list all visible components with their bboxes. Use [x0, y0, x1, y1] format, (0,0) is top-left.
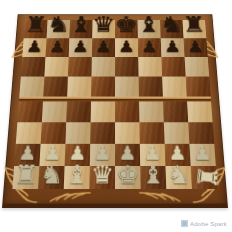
white-knight[interactable]: ♞ — [39, 162, 64, 187]
square-a6[interactable] — [21, 57, 46, 76]
white-pawn[interactable]: ♟ — [193, 144, 212, 163]
square-b5[interactable] — [43, 77, 68, 97]
square-c5[interactable] — [67, 77, 91, 97]
white-rook[interactable]: ♜ — [13, 162, 38, 187]
black-pawn[interactable]: ♟ — [164, 39, 181, 55]
square-h6[interactable] — [185, 57, 210, 76]
square-d8[interactable]: ♛ — [92, 20, 115, 38]
square-a7[interactable]: ♟ — [22, 38, 46, 57]
square-e8[interactable]: ♚ — [115, 20, 138, 38]
square-a3[interactable] — [16, 122, 42, 144]
black-knight[interactable]: ♞ — [159, 13, 183, 35]
square-e7[interactable]: ♟ — [115, 38, 138, 57]
square-h4[interactable] — [187, 101, 213, 122]
white-bishop[interactable]: ♝ — [65, 162, 89, 187]
square-d7[interactable]: ♟ — [92, 38, 115, 57]
square-f4[interactable] — [139, 101, 164, 122]
square-e6[interactable] — [115, 57, 139, 76]
square-a1[interactable]: ♜ — [12, 166, 39, 189]
black-pawn[interactable]: ♟ — [26, 39, 44, 55]
adobe-logo-icon — [181, 220, 188, 227]
square-g5[interactable] — [162, 77, 187, 97]
square-b8[interactable]: ♞ — [46, 20, 70, 38]
black-queen[interactable]: ♛ — [92, 13, 116, 35]
square-g3[interactable] — [164, 122, 190, 144]
square-b3[interactable] — [41, 122, 67, 144]
carving-leaf-bottom-border-left-icon — [48, 190, 92, 203]
black-pawn[interactable]: ♟ — [72, 39, 89, 55]
square-c4[interactable] — [66, 101, 91, 122]
white-bishop[interactable]: ♝ — [141, 162, 165, 187]
black-rook[interactable]: ♜ — [24, 13, 49, 35]
square-d4[interactable] — [91, 101, 115, 122]
square-b7[interactable]: ♟ — [45, 38, 69, 57]
black-knight[interactable]: ♞ — [46, 13, 70, 35]
black-rook[interactable]: ♜ — [182, 13, 207, 35]
square-b4[interactable] — [42, 101, 67, 122]
square-c7[interactable]: ♟ — [69, 38, 93, 57]
square-d1[interactable]: ♛ — [89, 166, 115, 189]
square-e5[interactable] — [115, 77, 139, 97]
white-knight[interactable]: ♞ — [166, 162, 191, 187]
square-e3[interactable] — [115, 122, 140, 144]
white-queen[interactable]: ♛ — [90, 162, 114, 187]
square-h7[interactable]: ♟ — [184, 38, 208, 57]
white-king[interactable]: ♚ — [116, 162, 140, 187]
square-f8[interactable]: ♝ — [137, 20, 160, 38]
square-h8[interactable]: ♜ — [182, 20, 206, 38]
square-c6[interactable] — [68, 57, 92, 76]
square-b1[interactable]: ♞ — [38, 166, 65, 189]
square-b6[interactable] — [44, 57, 68, 76]
square-g6[interactable] — [161, 57, 185, 76]
white-rook[interactable]: ♜ — [193, 164, 221, 189]
square-d5[interactable] — [91, 77, 115, 97]
square-f6[interactable] — [138, 57, 162, 76]
square-d3[interactable] — [90, 122, 115, 144]
photo-stage: ♜♞♝♛♚♝♞♜♟♟♟♟♟♟♟♟♟♟♟♟♟♟♟♟♜♞♝♛♚♝♞♜ Adobe S… — [0, 0, 232, 232]
square-g7[interactable]: ♟ — [161, 38, 185, 57]
square-d6[interactable] — [91, 57, 115, 76]
square-c8[interactable]: ♝ — [69, 20, 92, 38]
watermark: Adobe Spark — [181, 220, 227, 227]
black-pawn[interactable]: ♟ — [141, 39, 158, 55]
square-h5[interactable] — [186, 77, 211, 97]
square-f3[interactable] — [139, 122, 164, 144]
carving-leaf-bottom-border-right-icon — [138, 190, 182, 203]
square-e1[interactable]: ♚ — [115, 166, 141, 189]
square-f7[interactable]: ♟ — [138, 38, 162, 57]
square-f5[interactable] — [139, 77, 163, 97]
black-bishop[interactable]: ♝ — [69, 13, 93, 35]
board-grid: ♜♞♝♛♚♝♞♜♟♟♟♟♟♟♟♟♟♟♟♟♟♟♟♟♜♞♝♛♚♝♞♜ — [12, 20, 217, 189]
square-h2[interactable]: ♟ — [189, 144, 215, 166]
square-g4[interactable] — [163, 101, 188, 122]
square-h3[interactable] — [188, 122, 214, 144]
black-bishop[interactable]: ♝ — [137, 13, 161, 35]
square-c3[interactable] — [65, 122, 90, 144]
square-g1[interactable]: ♞ — [165, 166, 192, 189]
black-pawn[interactable]: ♟ — [187, 39, 205, 55]
chess-board: ♜♞♝♛♚♝♞♜♟♟♟♟♟♟♟♟♟♟♟♟♟♟♟♟♜♞♝♛♚♝♞♜ — [2, 14, 228, 208]
square-a8[interactable]: ♜ — [24, 20, 48, 38]
square-c1[interactable]: ♝ — [64, 166, 90, 189]
square-e4[interactable] — [115, 101, 139, 122]
black-pawn[interactable]: ♟ — [118, 39, 135, 55]
square-g8[interactable]: ♞ — [160, 20, 184, 38]
square-a5[interactable] — [19, 77, 44, 97]
square-h1[interactable]: ♜ — [191, 166, 218, 189]
square-f1[interactable]: ♝ — [140, 166, 166, 189]
black-pawn[interactable]: ♟ — [95, 39, 112, 55]
watermark-label: Adobe Spark — [190, 221, 227, 227]
square-a4[interactable] — [17, 101, 43, 122]
black-king[interactable]: ♚ — [115, 13, 139, 35]
black-pawn[interactable]: ♟ — [49, 39, 66, 55]
